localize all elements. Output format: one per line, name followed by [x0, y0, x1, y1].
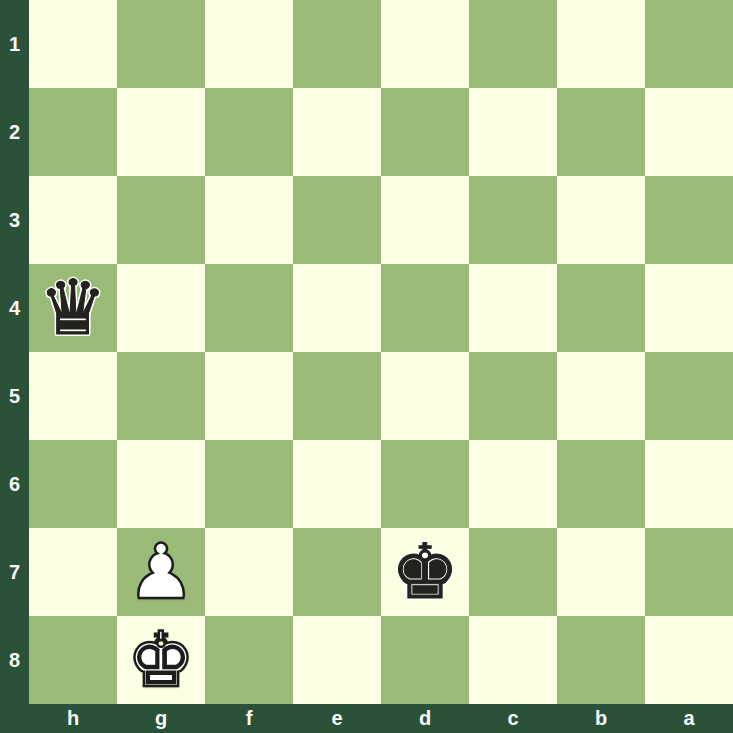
- square-f8[interactable]: [205, 616, 293, 704]
- square-e1[interactable]: [293, 0, 381, 88]
- square-h3[interactable]: [29, 176, 117, 264]
- square-a6[interactable]: [645, 440, 733, 528]
- square-a8[interactable]: [645, 616, 733, 704]
- square-a7[interactable]: [645, 528, 733, 616]
- file-label-f: f: [205, 704, 293, 733]
- square-f1[interactable]: [205, 0, 293, 88]
- square-d1[interactable]: [381, 0, 469, 88]
- square-f7[interactable]: [205, 528, 293, 616]
- square-c2[interactable]: [469, 88, 557, 176]
- square-b5[interactable]: [557, 352, 645, 440]
- square-g5[interactable]: [117, 352, 205, 440]
- file-label-b: b: [557, 704, 645, 733]
- square-h6[interactable]: [29, 440, 117, 528]
- square-g7[interactable]: ♟: [117, 528, 205, 616]
- square-e7[interactable]: [293, 528, 381, 616]
- square-a1[interactable]: [645, 0, 733, 88]
- file-label-c: c: [469, 704, 557, 733]
- file-label-d: d: [381, 704, 469, 733]
- square-c7[interactable]: [469, 528, 557, 616]
- square-g1[interactable]: [117, 0, 205, 88]
- square-e6[interactable]: [293, 440, 381, 528]
- square-e3[interactable]: [293, 176, 381, 264]
- white-pawn[interactable]: ♟: [127, 528, 195, 616]
- square-b4[interactable]: [557, 264, 645, 352]
- file-label-h: h: [29, 704, 117, 733]
- square-g6[interactable]: [117, 440, 205, 528]
- square-g8[interactable]: ♚: [117, 616, 205, 704]
- file-label-a: a: [645, 704, 733, 733]
- square-f2[interactable]: [205, 88, 293, 176]
- rank-label-2: 2: [0, 88, 29, 176]
- black-queen[interactable]: ♛: [39, 264, 107, 352]
- square-h1[interactable]: [29, 0, 117, 88]
- square-b7[interactable]: [557, 528, 645, 616]
- square-b3[interactable]: [557, 176, 645, 264]
- square-d2[interactable]: [381, 88, 469, 176]
- square-g3[interactable]: [117, 176, 205, 264]
- square-e4[interactable]: [293, 264, 381, 352]
- square-a2[interactable]: [645, 88, 733, 176]
- square-d8[interactable]: [381, 616, 469, 704]
- rank-label-6: 6: [0, 440, 29, 528]
- file-label-g: g: [117, 704, 205, 733]
- square-a4[interactable]: [645, 264, 733, 352]
- chess-board: 1234♛567♟♚8♚hgfedcba: [0, 0, 733, 733]
- white-king[interactable]: ♚: [127, 616, 195, 704]
- square-h5[interactable]: [29, 352, 117, 440]
- square-a5[interactable]: [645, 352, 733, 440]
- square-h7[interactable]: [29, 528, 117, 616]
- square-c3[interactable]: [469, 176, 557, 264]
- rank-label-5: 5: [0, 352, 29, 440]
- square-e2[interactable]: [293, 88, 381, 176]
- square-d7[interactable]: ♚: [381, 528, 469, 616]
- square-h8[interactable]: [29, 616, 117, 704]
- square-f6[interactable]: [205, 440, 293, 528]
- rank-label-3: 3: [0, 176, 29, 264]
- rank-label-4: 4: [0, 264, 29, 352]
- square-c6[interactable]: [469, 440, 557, 528]
- black-king[interactable]: ♚: [391, 528, 459, 616]
- file-label-e: e: [293, 704, 381, 733]
- square-e8[interactable]: [293, 616, 381, 704]
- square-d5[interactable]: [381, 352, 469, 440]
- square-f4[interactable]: [205, 264, 293, 352]
- square-e5[interactable]: [293, 352, 381, 440]
- square-c5[interactable]: [469, 352, 557, 440]
- rank-label-8: 8: [0, 616, 29, 704]
- square-b6[interactable]: [557, 440, 645, 528]
- square-c8[interactable]: [469, 616, 557, 704]
- square-h2[interactable]: [29, 88, 117, 176]
- square-d3[interactable]: [381, 176, 469, 264]
- square-b1[interactable]: [557, 0, 645, 88]
- rank-label-7: 7: [0, 528, 29, 616]
- square-g4[interactable]: [117, 264, 205, 352]
- square-h4[interactable]: ♛: [29, 264, 117, 352]
- board-corner: [0, 704, 29, 733]
- square-g2[interactable]: [117, 88, 205, 176]
- square-b2[interactable]: [557, 88, 645, 176]
- square-d6[interactable]: [381, 440, 469, 528]
- square-a3[interactable]: [645, 176, 733, 264]
- square-c1[interactable]: [469, 0, 557, 88]
- square-c4[interactable]: [469, 264, 557, 352]
- square-d4[interactable]: [381, 264, 469, 352]
- square-f5[interactable]: [205, 352, 293, 440]
- square-f3[interactable]: [205, 176, 293, 264]
- rank-label-1: 1: [0, 0, 29, 88]
- square-b8[interactable]: [557, 616, 645, 704]
